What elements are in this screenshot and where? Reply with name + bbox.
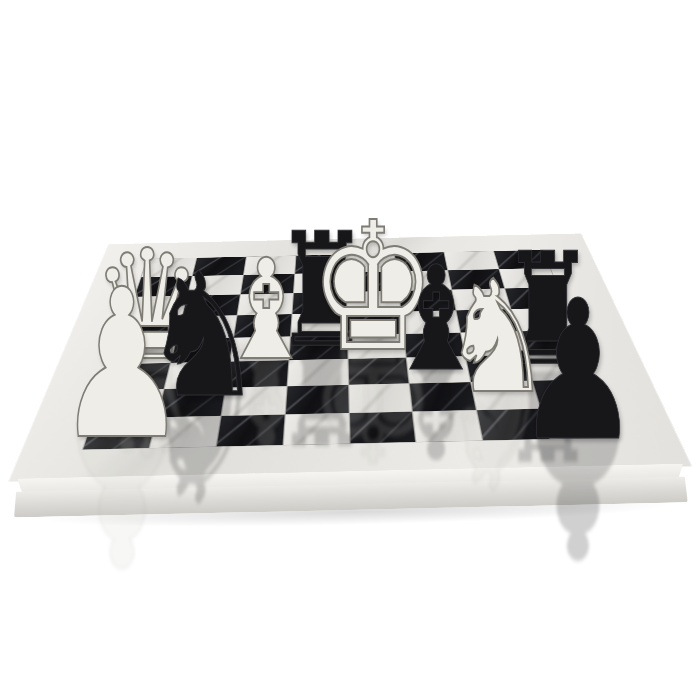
- chessboard-scene: ♜♜♚♚♛♛♝♝♜♜♝♝♞♞♞♞♟♟♟♟: [0, 0, 700, 700]
- white-pawn-icon: ♟: [56, 262, 189, 468]
- black-pawn-icon: ♟: [516, 275, 641, 468]
